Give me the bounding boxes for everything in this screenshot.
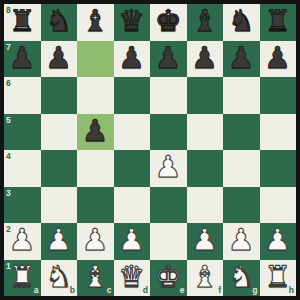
piece-black-bishop[interactable]: ♝ bbox=[191, 6, 218, 36]
square-a6[interactable]: 6 bbox=[4, 77, 41, 114]
square-e1[interactable]: e♚ bbox=[150, 260, 187, 297]
piece-white-rook[interactable]: ♜ bbox=[9, 262, 36, 292]
piece-black-rook[interactable]: ♜ bbox=[264, 6, 291, 36]
rank-label-4: 4 bbox=[6, 152, 11, 161]
piece-white-queen[interactable]: ♛ bbox=[118, 262, 145, 292]
piece-white-pawn[interactable]: ♟ bbox=[9, 225, 36, 255]
square-h5[interactable] bbox=[260, 114, 297, 151]
square-b2[interactable]: ♟ bbox=[41, 223, 78, 260]
square-d7[interactable]: ♟ bbox=[114, 41, 151, 78]
piece-white-pawn[interactable]: ♟ bbox=[191, 225, 218, 255]
square-f3[interactable] bbox=[187, 187, 224, 224]
chess-board: 8♜♞♝♛♚♝♞♜7♟♟♟♟♟♟♟65♟4♟32♟♟♟♟♟♟♟1a♜b♞c♝d♛… bbox=[4, 4, 296, 296]
square-g3[interactable] bbox=[223, 187, 260, 224]
square-c4[interactable] bbox=[77, 150, 114, 187]
piece-black-pawn[interactable]: ♟ bbox=[45, 43, 72, 73]
piece-black-pawn[interactable]: ♟ bbox=[191, 43, 218, 73]
square-c3[interactable] bbox=[77, 187, 114, 224]
square-f4[interactable] bbox=[187, 150, 224, 187]
board-frame: 8♜♞♝♛♚♝♞♜7♟♟♟♟♟♟♟65♟4♟32♟♟♟♟♟♟♟1a♜b♞c♝d♛… bbox=[0, 0, 300, 300]
square-d2[interactable]: ♟ bbox=[114, 223, 151, 260]
square-d5[interactable] bbox=[114, 114, 151, 151]
square-g7[interactable]: ♟ bbox=[223, 41, 260, 78]
piece-black-bishop[interactable]: ♝ bbox=[82, 6, 109, 36]
square-f6[interactable] bbox=[187, 77, 224, 114]
piece-white-pawn[interactable]: ♟ bbox=[45, 225, 72, 255]
square-e2[interactable] bbox=[150, 223, 187, 260]
square-c2[interactable]: ♟ bbox=[77, 223, 114, 260]
square-e8[interactable]: ♚ bbox=[150, 4, 187, 41]
square-e6[interactable] bbox=[150, 77, 187, 114]
square-b5[interactable] bbox=[41, 114, 78, 151]
piece-black-pawn[interactable]: ♟ bbox=[228, 43, 255, 73]
square-h2[interactable]: ♟ bbox=[260, 223, 297, 260]
piece-black-pawn[interactable]: ♟ bbox=[118, 43, 145, 73]
square-g8[interactable]: ♞ bbox=[223, 4, 260, 41]
piece-white-pawn[interactable]: ♟ bbox=[82, 225, 109, 255]
piece-black-pawn[interactable]: ♟ bbox=[264, 43, 291, 73]
rank-label-3: 3 bbox=[6, 189, 11, 198]
piece-white-king[interactable]: ♚ bbox=[155, 262, 182, 292]
square-b7[interactable]: ♟ bbox=[41, 41, 78, 78]
square-e4[interactable]: ♟ bbox=[150, 150, 187, 187]
square-c6[interactable] bbox=[77, 77, 114, 114]
square-b8[interactable]: ♞ bbox=[41, 4, 78, 41]
square-d6[interactable] bbox=[114, 77, 151, 114]
square-a7[interactable]: 7♟ bbox=[4, 41, 41, 78]
rank-label-5: 5 bbox=[6, 116, 11, 125]
square-e7[interactable]: ♟ bbox=[150, 41, 187, 78]
square-c8[interactable]: ♝ bbox=[77, 4, 114, 41]
piece-white-bishop[interactable]: ♝ bbox=[82, 262, 109, 292]
square-b3[interactable] bbox=[41, 187, 78, 224]
piece-white-pawn[interactable]: ♟ bbox=[264, 225, 291, 255]
square-h1[interactable]: h♜ bbox=[260, 260, 297, 297]
square-f5[interactable] bbox=[187, 114, 224, 151]
piece-black-pawn[interactable]: ♟ bbox=[155, 43, 182, 73]
square-b6[interactable] bbox=[41, 77, 78, 114]
square-d1[interactable]: d♛ bbox=[114, 260, 151, 297]
square-a1[interactable]: 1a♜ bbox=[4, 260, 41, 297]
rank-label-6: 6 bbox=[6, 79, 11, 88]
square-a2[interactable]: 2♟ bbox=[4, 223, 41, 260]
square-c7[interactable] bbox=[77, 41, 114, 78]
square-b1[interactable]: b♞ bbox=[41, 260, 78, 297]
piece-white-pawn[interactable]: ♟ bbox=[155, 152, 182, 182]
piece-white-bishop[interactable]: ♝ bbox=[191, 262, 218, 292]
piece-black-pawn[interactable]: ♟ bbox=[9, 43, 36, 73]
piece-white-pawn[interactable]: ♟ bbox=[228, 225, 255, 255]
square-e5[interactable] bbox=[150, 114, 187, 151]
square-f8[interactable]: ♝ bbox=[187, 4, 224, 41]
square-a4[interactable]: 4 bbox=[4, 150, 41, 187]
square-e3[interactable] bbox=[150, 187, 187, 224]
square-h4[interactable] bbox=[260, 150, 297, 187]
square-a8[interactable]: 8♜ bbox=[4, 4, 41, 41]
square-a5[interactable]: 5 bbox=[4, 114, 41, 151]
square-d3[interactable] bbox=[114, 187, 151, 224]
piece-black-queen[interactable]: ♛ bbox=[118, 6, 145, 36]
square-d8[interactable]: ♛ bbox=[114, 4, 151, 41]
square-c1[interactable]: c♝ bbox=[77, 260, 114, 297]
square-g2[interactable]: ♟ bbox=[223, 223, 260, 260]
square-f1[interactable]: f♝ bbox=[187, 260, 224, 297]
square-a3[interactable]: 3 bbox=[4, 187, 41, 224]
piece-black-rook[interactable]: ♜ bbox=[9, 6, 36, 36]
square-g6[interactable] bbox=[223, 77, 260, 114]
piece-black-knight[interactable]: ♞ bbox=[228, 6, 255, 36]
piece-black-king[interactable]: ♚ bbox=[155, 6, 182, 36]
piece-black-pawn[interactable]: ♟ bbox=[82, 116, 109, 146]
piece-black-knight[interactable]: ♞ bbox=[45, 6, 72, 36]
square-h3[interactable] bbox=[260, 187, 297, 224]
square-g4[interactable] bbox=[223, 150, 260, 187]
square-h7[interactable]: ♟ bbox=[260, 41, 297, 78]
square-g5[interactable] bbox=[223, 114, 260, 151]
piece-white-pawn[interactable]: ♟ bbox=[118, 225, 145, 255]
file-label-f: f bbox=[218, 286, 221, 295]
square-h6[interactable] bbox=[260, 77, 297, 114]
square-g1[interactable]: g♞ bbox=[223, 260, 260, 297]
square-d4[interactable] bbox=[114, 150, 151, 187]
piece-white-knight[interactable]: ♞ bbox=[228, 262, 255, 292]
square-h8[interactable]: ♜ bbox=[260, 4, 297, 41]
square-b4[interactable] bbox=[41, 150, 78, 187]
square-c5[interactable]: ♟ bbox=[77, 114, 114, 151]
square-f2[interactable]: ♟ bbox=[187, 223, 224, 260]
square-f7[interactable]: ♟ bbox=[187, 41, 224, 78]
piece-white-knight[interactable]: ♞ bbox=[45, 262, 72, 292]
piece-white-rook[interactable]: ♜ bbox=[264, 262, 291, 292]
